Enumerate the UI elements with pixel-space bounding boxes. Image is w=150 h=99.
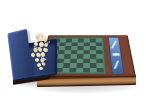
drawer-lid: [7, 29, 32, 80]
accessory-strip: [108, 37, 125, 74]
accessory-piece-top: [111, 41, 117, 49]
chess-board: [49, 39, 104, 73]
square-f1: [83, 67, 90, 72]
tray-piece: [35, 33, 40, 39]
tray-piece: [39, 33, 43, 38]
accessory-box: [112, 53, 120, 56]
square-h1: [97, 67, 104, 72]
chess-set-photo: ♙ ♙ ♙: [0, 0, 150, 99]
accessory-piece-bottom: [114, 61, 119, 70]
